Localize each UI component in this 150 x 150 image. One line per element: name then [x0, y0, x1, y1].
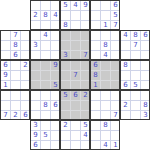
sudoku-cell-r6c0[interactable]: 6: [0, 60, 10, 70]
sudoku-cell-r5c4[interactable]: [40, 50, 50, 60]
sudoku-cell-r6c2[interactable]: 2: [20, 60, 30, 70]
sudoku-cell-r8c14[interactable]: [140, 80, 150, 90]
sudoku-cell-r7c6[interactable]: [60, 70, 70, 80]
sudoku-cell-r14c6[interactable]: [60, 140, 70, 150]
sudoku-cell-r6c11[interactable]: [110, 60, 120, 70]
sudoku-cell-r7c4[interactable]: [40, 70, 50, 80]
sudoku-cell-r8c11[interactable]: [110, 80, 120, 90]
sudoku-cell-r3c3[interactable]: [30, 30, 40, 40]
sudoku-cell-r1c7[interactable]: [70, 10, 80, 20]
given-digit: 8: [93, 71, 97, 80]
given-digit: 5: [63, 91, 67, 100]
sudoku-cell-r14c9[interactable]: [90, 140, 100, 150]
sudoku-cell-r9c11[interactable]: [110, 90, 120, 100]
given-digit: 6: [113, 1, 117, 10]
sudoku-cell-r8c3[interactable]: [30, 80, 40, 90]
given-digit: 4: [103, 51, 107, 60]
sudoku-cell-r12c3[interactable]: 3: [30, 120, 40, 130]
given-digit: 5: [113, 11, 117, 20]
sudoku-cell-r10c8[interactable]: [80, 100, 90, 110]
given-digit: 4: [83, 131, 87, 140]
sudoku-cell-r10c9[interactable]: [90, 100, 100, 110]
sudoku-cell-r2c4[interactable]: [40, 20, 50, 30]
given-digit: 5: [53, 81, 57, 90]
sudoku-cell-r7c7[interactable]: 7: [70, 70, 80, 80]
given-digit: 4: [103, 141, 107, 150]
sudoku-cell-r9c13[interactable]: [130, 90, 140, 100]
sudoku-cell-r7c2[interactable]: [20, 70, 30, 80]
sudoku-cell-r12c10[interactable]: 8: [100, 120, 110, 130]
sudoku-cell-r1c3[interactable]: 2: [30, 10, 40, 20]
sudoku-cell-r4c7[interactable]: [70, 40, 80, 50]
sudoku-cell-r9c4[interactable]: [40, 90, 50, 100]
sudoku-cell-r5c10[interactable]: 4: [100, 50, 110, 60]
sudoku-cell-r12c6[interactable]: 2: [60, 120, 70, 130]
sudoku-cell-r9c9[interactable]: [90, 90, 100, 100]
sudoku-cell-r9c10[interactable]: [100, 90, 110, 100]
sudoku-cell-r4c12[interactable]: [120, 40, 130, 50]
sudoku-cell-r0c9[interactable]: [90, 0, 100, 10]
sudoku-cell-r9c14[interactable]: [140, 90, 150, 100]
given-digit: 6: [23, 111, 27, 120]
sudoku-cell-r8c1[interactable]: [10, 80, 20, 90]
sudoku-cell-r11c0[interactable]: 7: [0, 110, 10, 120]
sudoku-cell-r11c13[interactable]: [130, 110, 140, 120]
sudoku-cell-r3c4[interactable]: 4: [40, 30, 50, 40]
given-digit: 7: [113, 111, 117, 120]
given-digit: 2: [123, 101, 127, 110]
given-digit: 2: [63, 121, 67, 130]
given-digit: 9: [3, 71, 7, 80]
sudoku-cell-r3c8[interactable]: [80, 30, 90, 40]
given-digit: 6: [13, 51, 17, 60]
sudoku-cell-r11c3[interactable]: [30, 110, 40, 120]
given-digit: 7: [133, 41, 137, 50]
sudoku-cell-r0c7[interactable]: 4: [70, 0, 80, 10]
sudoku-cell-r8c2[interactable]: [20, 80, 30, 90]
given-digit: 4: [73, 1, 77, 10]
sudoku-cell-r2c8[interactable]: [80, 20, 90, 30]
sudoku-cell-r11c1[interactable]: 2: [10, 110, 20, 120]
sudoku-cell-r0c8[interactable]: 9: [80, 0, 90, 10]
given-digit: 2: [23, 61, 27, 70]
sudoku-cell-r10c5[interactable]: 6: [50, 100, 60, 110]
sudoku-cell-r5c6[interactable]: 3: [60, 50, 70, 60]
sudoku-cell-r7c12[interactable]: [120, 70, 130, 80]
sudoku-cell-r0c4[interactable]: [40, 0, 50, 10]
sudoku-cell-r6c10[interactable]: [100, 60, 110, 70]
sudoku-cell-r7c9[interactable]: 8: [90, 70, 100, 80]
sudoku-cell-r3c11[interactable]: [110, 30, 120, 40]
sudoku-cell-r2c6[interactable]: 8: [60, 20, 70, 30]
sudoku-cell-r3c14[interactable]: 6: [140, 30, 150, 40]
sudoku-cell-r1c8[interactable]: [80, 10, 90, 20]
sudoku-cell-r5c14[interactable]: [140, 50, 150, 60]
sudoku-cell-r12c5[interactable]: [50, 120, 60, 130]
sudoku-cell-r14c11[interactable]: 1: [110, 140, 120, 150]
sudoku-cell-r8c6[interactable]: [60, 80, 70, 90]
sudoku-cell-r7c8[interactable]: [80, 70, 90, 80]
sudoku-cell-r1c5[interactable]: 4: [50, 10, 60, 20]
given-digit: 5: [43, 131, 47, 140]
sudoku-cell-r9c6[interactable]: 5: [60, 90, 70, 100]
sudoku-cell-r3c9[interactable]: [90, 30, 100, 40]
sudoku-cell-r12c9[interactable]: [90, 120, 100, 130]
sudoku-cell-r5c9[interactable]: [90, 50, 100, 60]
sudoku-cell-r10c4[interactable]: 8: [40, 100, 50, 110]
sudoku-cell-r1c4[interactable]: 8: [40, 10, 50, 20]
sudoku-cell-r10c1[interactable]: [10, 100, 20, 110]
sudoku-cell-r2c11[interactable]: 7: [110, 20, 120, 30]
given-digit: 1: [103, 21, 107, 30]
sudoku-cell-r11c8[interactable]: [80, 110, 90, 120]
sudoku-cell-r4c5[interactable]: [50, 40, 60, 50]
given-digit: 8: [13, 41, 17, 50]
sudoku-cell-r9c5[interactable]: [50, 90, 60, 100]
sudoku-cell-r8c4[interactable]: [40, 80, 50, 90]
sudoku-cell-r4c2[interactable]: [20, 40, 30, 50]
sudoku-cell-r8c0[interactable]: 1: [0, 80, 10, 90]
sudoku-cell-r6c14[interactable]: [140, 60, 150, 70]
sudoku-cell-r7c5[interactable]: [50, 70, 60, 80]
sudoku-cell-r13c5[interactable]: [50, 130, 60, 140]
sudoku-cell-r12c11[interactable]: [110, 120, 120, 130]
sudoku-cell-r10c2[interactable]: [20, 100, 30, 110]
given-digit: 7: [3, 111, 7, 120]
sudoku-cell-r5c5[interactable]: [50, 50, 60, 60]
sudoku-cell-r3c1[interactable]: 7: [10, 30, 20, 40]
sudoku-cell-r0c10[interactable]: [100, 0, 110, 10]
sudoku-cell-r4c1[interactable]: 8: [10, 40, 20, 50]
given-digit: 2: [13, 111, 17, 120]
sudoku-cell-r0c5[interactable]: [50, 0, 60, 10]
sudoku-cell-r2c7[interactable]: [70, 20, 80, 30]
given-digit: 2: [83, 91, 87, 100]
sudoku-cell-r10c10[interactable]: [100, 100, 110, 110]
sudoku-cell-r14c10[interactable]: 4: [100, 140, 110, 150]
sudoku-cell-r5c0[interactable]: [0, 50, 10, 60]
given-digit: 1: [93, 81, 97, 90]
given-digit: 5: [83, 121, 87, 130]
given-digit: 6: [33, 141, 37, 150]
sudoku-cell-r2c9[interactable]: [90, 20, 100, 30]
sudoku-cell-r6c3[interactable]: [30, 60, 40, 70]
sudoku-cell-r13c3[interactable]: 9: [30, 130, 40, 140]
sudoku-cell-r14c8[interactable]: [80, 140, 90, 150]
given-digit: 7: [13, 31, 17, 40]
sudoku-cell-r6c6[interactable]: [60, 60, 70, 70]
given-digit: 7: [113, 21, 117, 30]
sudoku-cell-r9c0[interactable]: [0, 90, 10, 100]
sudoku-cell-r12c7[interactable]: [70, 120, 80, 130]
given-digit: 6: [93, 61, 97, 70]
sudoku-cell-r10c14[interactable]: 8: [140, 100, 150, 110]
given-digit: 4: [53, 11, 57, 20]
sudoku-cell-r13c11[interactable]: [110, 130, 120, 140]
given-digit: 9: [53, 61, 57, 70]
sudoku-cell-r1c11[interactable]: 5: [110, 10, 120, 20]
given-digit: 6: [123, 81, 127, 90]
sudoku-cell-r8c10[interactable]: [100, 80, 110, 90]
sudoku-cell-r10c13[interactable]: [130, 100, 140, 110]
sudoku-cell-r3c13[interactable]: 8: [130, 30, 140, 40]
sudoku-cell-r11c12[interactable]: [120, 110, 130, 120]
sudoku-cell-r5c1[interactable]: 6: [10, 50, 20, 60]
sudoku-cell-r13c10[interactable]: [100, 130, 110, 140]
sudoku-cell-r9c2[interactable]: [20, 90, 30, 100]
given-digit: 8: [43, 101, 47, 110]
given-digit: 8: [143, 101, 147, 110]
sudoku-cell-r4c8[interactable]: [80, 40, 90, 50]
sudoku-cell-r4c3[interactable]: 3: [30, 40, 40, 50]
given-digit: 8: [63, 21, 67, 30]
sudoku-cell-r14c3[interactable]: 6: [30, 140, 40, 150]
sudoku-cell-r11c14[interactable]: 3: [140, 110, 150, 120]
sudoku-cell-r0c6[interactable]: 5: [60, 0, 70, 10]
given-digit: 9: [33, 131, 37, 140]
sudoku-cell-r3c0[interactable]: [0, 30, 10, 40]
sudoku-cell-r6c9[interactable]: 6: [90, 60, 100, 70]
sudoku-cell-r10c0[interactable]: [0, 100, 10, 110]
sudoku-cell-r11c5[interactable]: [50, 110, 60, 120]
sudoku-cell-r7c1[interactable]: [10, 70, 20, 80]
given-digit: 3: [63, 51, 67, 60]
sudoku-cell-r11c2[interactable]: 6: [20, 110, 30, 120]
sudoku-cell-r4c0[interactable]: [0, 40, 10, 50]
given-digit: 4: [43, 31, 47, 40]
sudoku-cell-r9c3[interactable]: [30, 90, 40, 100]
given-digit: 1: [3, 81, 7, 90]
sudoku-cell-r13c7[interactable]: [70, 130, 80, 140]
sudoku-cell-r2c3[interactable]: [30, 20, 40, 30]
sudoku-cell-r10c3[interactable]: [30, 100, 40, 110]
sudoku-cell-r2c10[interactable]: 1: [100, 20, 110, 30]
sudoku-cell-r7c0[interactable]: 9: [0, 70, 10, 80]
sudoku-cell-r4c4[interactable]: [40, 40, 50, 50]
sudoku-cell-r7c14[interactable]: [140, 70, 150, 80]
sudoku-cell-r6c13[interactable]: [130, 60, 140, 70]
sudoku-cell-r4c9[interactable]: [90, 40, 100, 50]
given-digit: 6: [143, 31, 147, 40]
sudoku-cell-r6c1[interactable]: [10, 60, 20, 70]
sudoku-cell-r10c12[interactable]: 2: [120, 100, 130, 110]
sudoku-cell-r8c7[interactable]: [70, 80, 80, 90]
sudoku-cell-r3c12[interactable]: 4: [120, 30, 130, 40]
given-digit: 6: [53, 101, 57, 110]
sudoku-cell-r2c5[interactable]: [50, 20, 60, 30]
sudoku-cell-r5c2[interactable]: [20, 50, 30, 60]
sudoku-cell-r3c7[interactable]: [70, 30, 80, 40]
given-digit: 4: [123, 31, 127, 40]
sudoku-cell-r10c7[interactable]: [70, 100, 80, 110]
sudoku-cell-r0c3[interactable]: [30, 0, 40, 10]
sudoku-cell-r12c8[interactable]: 5: [80, 120, 90, 130]
sudoku-cell-r3c10[interactable]: [100, 30, 110, 40]
sudoku-cell-r9c1[interactable]: [10, 90, 20, 100]
sudoku-cell-r8c13[interactable]: 5: [130, 80, 140, 90]
sudoku-cell-r13c4[interactable]: 5: [40, 130, 50, 140]
given-digit: 7: [73, 71, 77, 80]
sudoku-cell-r7c10[interactable]: [100, 70, 110, 80]
given-digit: 8: [103, 41, 107, 50]
sudoku-cell-r11c4[interactable]: [40, 110, 50, 120]
sudoku-cell-r8c12[interactable]: 6: [120, 80, 130, 90]
sudoku-cell-r14c5[interactable]: [50, 140, 60, 150]
sudoku-cell-r6c7[interactable]: [70, 60, 80, 70]
sudoku-cell-r6c8[interactable]: [80, 60, 90, 70]
sudoku-cell-r1c6[interactable]: [60, 10, 70, 20]
sudoku-cell-r0c11[interactable]: 6: [110, 0, 120, 10]
given-digit: 3: [143, 111, 147, 120]
sudoku-cell-r4c10[interactable]: 8: [100, 40, 110, 50]
sudoku-cell-r3c6[interactable]: [60, 30, 70, 40]
sudoku-cell-r5c11[interactable]: [110, 50, 120, 60]
sudoku-cell-r4c6[interactable]: [60, 40, 70, 50]
sudoku-cell-r5c13[interactable]: [130, 50, 140, 60]
sudoku-cell-r7c11[interactable]: [110, 70, 120, 80]
sudoku-cell-r4c11[interactable]: [110, 40, 120, 50]
given-digit: 5: [133, 81, 137, 90]
sudoku-cell-r1c10[interactable]: [100, 10, 110, 20]
sudoku-cell-r7c3[interactable]: [30, 70, 40, 80]
sudoku-cell-r3c5[interactable]: [50, 30, 60, 40]
sudoku-cell-r6c4[interactable]: [40, 60, 50, 70]
given-digit: 9: [83, 1, 87, 10]
sudoku-cell-r14c4[interactable]: [40, 140, 50, 150]
given-digit: 5: [63, 1, 67, 10]
sudoku-cell-r13c8[interactable]: 4: [80, 130, 90, 140]
sudoku-board: 5496284581774486838763746296897815165562…: [0, 0, 150, 150]
given-digit: 6: [3, 61, 7, 70]
given-digit: 7: [83, 51, 87, 60]
sudoku-cell-r8c8[interactable]: [80, 80, 90, 90]
given-digit: 3: [33, 41, 37, 50]
sudoku-cell-r9c7[interactable]: 6: [70, 90, 80, 100]
sudoku-cell-r10c6[interactable]: [60, 100, 70, 110]
sudoku-cell-r8c5[interactable]: 5: [50, 80, 60, 90]
sudoku-cell-r11c10[interactable]: [100, 110, 110, 120]
sudoku-cell-r11c6[interactable]: [60, 110, 70, 120]
sudoku-cell-r5c3[interactable]: [30, 50, 40, 60]
sudoku-cell-r5c8[interactable]: 7: [80, 50, 90, 60]
given-digit: 6: [73, 91, 77, 100]
sudoku-cell-r6c12[interactable]: 8: [120, 60, 130, 70]
sudoku-cell-r5c12[interactable]: [120, 50, 130, 60]
given-digit: 8: [133, 31, 137, 40]
sudoku-cell-r13c9[interactable]: [90, 130, 100, 140]
sudoku-cell-r7c13[interactable]: [130, 70, 140, 80]
sudoku-cell-r13c6[interactable]: [60, 130, 70, 140]
sudoku-cell-r3c2[interactable]: [20, 30, 30, 40]
sudoku-cell-r11c7[interactable]: [70, 110, 80, 120]
sudoku-cell-r10c11[interactable]: [110, 100, 120, 110]
given-digit: 8: [43, 11, 47, 20]
sudoku-cell-r9c12[interactable]: [120, 90, 130, 100]
sudoku-cell-r4c13[interactable]: 7: [130, 40, 140, 50]
sudoku-cell-r8c9[interactable]: 1: [90, 80, 100, 90]
sudoku-cell-r1c9[interactable]: [90, 10, 100, 20]
given-digit: 1: [113, 141, 117, 150]
sudoku-cell-r9c8[interactable]: 2: [80, 90, 90, 100]
sudoku-cell-r11c9[interactable]: [90, 110, 100, 120]
given-digit: 8: [123, 61, 127, 70]
given-digit: 3: [33, 121, 37, 130]
sudoku-cell-r11c11[interactable]: 7: [110, 110, 120, 120]
sudoku-cell-r12c4[interactable]: [40, 120, 50, 130]
given-digit: 2: [33, 11, 37, 20]
sudoku-cell-r6c5[interactable]: 9: [50, 60, 60, 70]
sudoku-cell-r5c7[interactable]: [70, 50, 80, 60]
given-digit: 8: [103, 121, 107, 130]
sudoku-cell-r14c7[interactable]: [70, 140, 80, 150]
sudoku-cell-r4c14[interactable]: [140, 40, 150, 50]
